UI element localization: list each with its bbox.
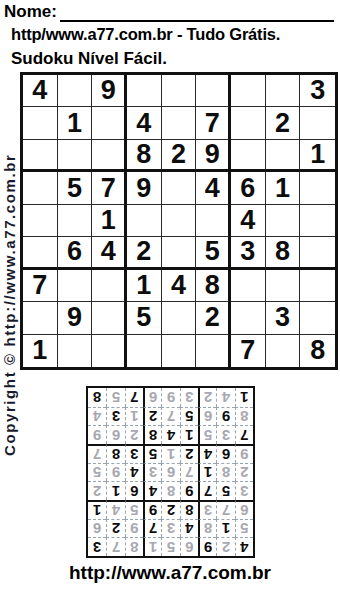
puzzle-cell-r6c6: 5 (196, 237, 231, 269)
solution-cell-r3c4: 8 (180, 500, 198, 519)
puzzle-cell-r9c5[interactable] (162, 335, 197, 367)
name-label: Nome: (4, 2, 57, 22)
solution-cell-r4c6: 4 (143, 481, 161, 500)
puzzle-cell-r3c3[interactable] (92, 140, 127, 172)
solution-cell-r1c3: 9 (198, 537, 216, 556)
solution-cell-r5c2: 8 (216, 463, 234, 482)
puzzle-cell-r7c7[interactable] (231, 270, 266, 302)
puzzle-cell-r8c8: 3 (266, 302, 301, 334)
solution-cell-r3c7: 5 (125, 500, 143, 519)
puzzle-cell-r9c6[interactable] (196, 335, 231, 367)
solution-cell-r4c5: 8 (161, 481, 179, 500)
solution-cell-r2c9: 6 (88, 519, 106, 538)
solution-cell-r9c1: 1 (235, 388, 253, 407)
solution-cell-r4c8: 1 (106, 481, 124, 500)
copyright-vertical: Copyright © http://www.a77.com.br (1, 84, 20, 456)
solution-cell-r1c1: 4 (235, 537, 253, 556)
puzzle-cell-r2c2: 1 (58, 107, 93, 139)
solution-cell-r3c2: 7 (216, 500, 234, 519)
solution-cell-r2c4: 4 (180, 519, 198, 538)
puzzle-cell-r2c4: 4 (127, 107, 162, 139)
puzzle-cell-r7c2[interactable] (58, 270, 93, 302)
solution-cell-r8c4: 5 (180, 407, 198, 426)
puzzle-cell-r8c7[interactable] (231, 302, 266, 334)
solution-cell-r9c8: 5 (106, 388, 124, 407)
puzzle-cell-r1c4[interactable] (127, 75, 162, 107)
puzzle-cell-r4c4: 9 (127, 172, 162, 204)
puzzle-cell-r8c9[interactable] (300, 302, 335, 334)
site-title: http/www.a77.com.br - Tudo Grátis. (11, 25, 337, 44)
solution-cell-r8c6: 2 (143, 407, 161, 426)
solution-cell-r6c2: 6 (216, 444, 234, 463)
puzzle-cell-r6c2: 6 (58, 237, 93, 269)
solution-cell-r8c5: 7 (161, 407, 179, 426)
puzzle-cell-r7c6: 8 (196, 270, 231, 302)
puzzle-cell-r5c9[interactable] (300, 205, 335, 237)
puzzle-cell-r4c3: 7 (92, 172, 127, 204)
puzzle-cell-r6c5[interactable] (162, 237, 197, 269)
solution-cell-r9c7: 7 (125, 388, 143, 407)
solution-grid: 4296518735184379266738295413579846122817… (86, 386, 255, 558)
puzzle-cell-r9c9: 8 (300, 335, 335, 367)
puzzle-cell-r1c7[interactable] (231, 75, 266, 107)
solution-cell-r4c3: 7 (198, 481, 216, 500)
puzzle-cell-r2c5[interactable] (162, 107, 197, 139)
puzzle-cell-r2c3[interactable] (92, 107, 127, 139)
solution-cell-r4c2: 5 (216, 481, 234, 500)
puzzle-cell-r3c9: 1 (300, 140, 335, 172)
puzzle-cell-r1c6[interactable] (196, 75, 231, 107)
puzzle-cell-r2c7[interactable] (231, 107, 266, 139)
puzzle-cell-r3c6: 9 (196, 140, 231, 172)
solution-cell-r2c2: 1 (216, 519, 234, 538)
solution-cell-r1c5: 5 (161, 537, 179, 556)
puzzle-cell-r6c9[interactable] (300, 237, 335, 269)
solution-cell-r2c8: 2 (106, 519, 124, 538)
solution-cell-r6c4: 2 (180, 444, 198, 463)
solution-cell-r8c9: 4 (88, 407, 106, 426)
solution-cell-r6c9: 7 (88, 444, 106, 463)
solution-cell-r1c6: 1 (143, 537, 161, 556)
solution-cell-r5c9: 5 (88, 463, 106, 482)
puzzle-cell-r5c2[interactable] (58, 205, 93, 237)
solution-cell-r9c4: 3 (180, 388, 198, 407)
puzzle-cell-r8c3[interactable] (92, 302, 127, 334)
difficulty-title: Sudoku Nível Fácil. (11, 49, 167, 69)
solution-cell-r6c6: 5 (143, 444, 161, 463)
puzzle-cell-r4c9[interactable] (300, 172, 335, 204)
solution-cell-r3c5: 2 (161, 500, 179, 519)
sudoku-worksheet: Nome: http/www.a77.com.br - Tudo Grátis.… (0, 0, 340, 596)
solution-cell-r6c8: 8 (106, 444, 124, 463)
name-row: Nome: (4, 2, 334, 22)
solution-cell-r7c3: 5 (198, 425, 216, 444)
puzzle-cell-r7c4: 1 (127, 270, 162, 302)
solution-cell-r5c1: 2 (235, 463, 253, 482)
solution-cell-r5c6: 3 (143, 463, 161, 482)
solution-cell-r3c3: 3 (198, 500, 216, 519)
puzzle-cell-r2c9[interactable] (300, 107, 335, 139)
puzzle-cell-r4c1[interactable] (23, 172, 58, 204)
puzzle-cell-r8c2: 9 (58, 302, 93, 334)
solution-cell-r8c3: 6 (198, 407, 216, 426)
solution-cell-r1c8: 7 (106, 537, 124, 556)
solution-cell-r9c6: 6 (143, 388, 161, 407)
solution-cell-r7c6: 8 (143, 425, 161, 444)
solution-cell-r8c2: 9 (216, 407, 234, 426)
solution-cell-r9c5: 9 (161, 388, 179, 407)
solution-cell-r6c7: 3 (125, 444, 143, 463)
puzzle-grid: 493147282915794611464253871489523178 (20, 72, 338, 370)
solution-cell-r3c6: 9 (143, 500, 161, 519)
puzzle-cell-r1c2[interactable] (58, 75, 93, 107)
solution-cell-r1c2: 2 (216, 537, 234, 556)
puzzle-cell-r9c4[interactable] (127, 335, 162, 367)
puzzle-cell-r7c1: 7 (23, 270, 58, 302)
puzzle-cell-r1c9: 3 (300, 75, 335, 107)
puzzle-cell-r4c8: 1 (266, 172, 301, 204)
puzzle-cell-r4c7: 6 (231, 172, 266, 204)
puzzle-cell-r1c3: 9 (92, 75, 127, 107)
solution-cell-r5c4: 7 (180, 463, 198, 482)
solution-cell-r1c9: 3 (88, 537, 106, 556)
puzzle-cell-r5c8[interactable] (266, 205, 301, 237)
puzzle-cell-r7c8[interactable] (266, 270, 301, 302)
solution-cell-r8c1: 8 (235, 407, 253, 426)
solution-cell-r7c5: 4 (161, 425, 179, 444)
puzzle-cell-r9c7: 7 (231, 335, 266, 367)
solution-cell-r5c7: 4 (125, 463, 143, 482)
puzzle-cell-r7c5: 4 (162, 270, 197, 302)
solution-cell-r6c3: 4 (198, 444, 216, 463)
puzzle-cell-r8c4: 5 (127, 302, 162, 334)
puzzle-cell-r9c2[interactable] (58, 335, 93, 367)
puzzle-cell-r5c3: 1 (92, 205, 127, 237)
puzzle-cell-r9c8[interactable] (266, 335, 301, 367)
solution-cell-r9c3: 2 (198, 388, 216, 407)
solution-cell-r2c7: 9 (125, 519, 143, 538)
solution-cell-r7c4: 1 (180, 425, 198, 444)
solution-cell-r3c9: 1 (88, 500, 106, 519)
solution-cell-r2c1: 5 (235, 519, 253, 538)
solution-cell-r5c5: 6 (161, 463, 179, 482)
solution-cell-r5c8: 9 (106, 463, 124, 482)
puzzle-cell-r6c1[interactable] (23, 237, 58, 269)
solution-cell-r8c8: 3 (106, 407, 124, 426)
puzzle-cell-r7c3[interactable] (92, 270, 127, 302)
solution-cell-r4c9: 2 (88, 481, 106, 500)
solution-cell-r4c7: 6 (125, 481, 143, 500)
solution-cell-r7c8: 6 (106, 425, 124, 444)
puzzle-cell-r3c5: 2 (162, 140, 197, 172)
solution-cell-r3c8: 4 (106, 500, 124, 519)
solution-cell-r7c1: 7 (235, 425, 253, 444)
puzzle-cell-r7c9[interactable] (300, 270, 335, 302)
puzzle-cell-r9c3[interactable] (92, 335, 127, 367)
solution-cell-r8c7: 1 (125, 407, 143, 426)
puzzle-cell-r4c2: 5 (58, 172, 93, 204)
puzzle-cell-r4c5[interactable] (162, 172, 197, 204)
puzzle-cell-r5c1[interactable] (23, 205, 58, 237)
puzzle-cell-r3c8[interactable] (266, 140, 301, 172)
solution-cell-r1c7: 8 (125, 537, 143, 556)
solution-cell-r7c7: 2 (125, 425, 143, 444)
puzzle-cell-r3c2[interactable] (58, 140, 93, 172)
solution-cell-r5c3: 1 (198, 463, 216, 482)
puzzle-cell-r2c6: 7 (196, 107, 231, 139)
puzzle-cell-r6c4: 2 (127, 237, 162, 269)
puzzle-cell-r5c7: 4 (231, 205, 266, 237)
puzzle-cell-r2c8: 2 (266, 107, 301, 139)
solution-cell-r2c5: 3 (161, 519, 179, 538)
solution-cell-r6c1: 9 (235, 444, 253, 463)
puzzle-cell-r1c8[interactable] (266, 75, 301, 107)
solution-cell-r1c4: 6 (180, 537, 198, 556)
puzzle-cell-r4c6: 4 (196, 172, 231, 204)
puzzle-cell-r6c3: 4 (92, 237, 127, 269)
puzzle-cell-r2c1[interactable] (23, 107, 58, 139)
puzzle-cell-r5c5[interactable] (162, 205, 197, 237)
solution-cell-r7c9: 9 (88, 425, 106, 444)
puzzle-cell-r6c8: 8 (266, 237, 301, 269)
puzzle-cell-r8c5[interactable] (162, 302, 197, 334)
puzzle-cell-r1c5[interactable] (162, 75, 197, 107)
solution-cell-r4c4: 9 (180, 481, 198, 500)
puzzle-cell-r9c1: 1 (23, 335, 58, 367)
puzzle-cell-r1c1: 4 (23, 75, 58, 107)
solution-cell-r9c9: 8 (88, 388, 106, 407)
solution-cell-r6c5: 1 (161, 444, 179, 463)
solution-cell-r7c2: 3 (216, 425, 234, 444)
puzzle-cell-r3c4: 8 (127, 140, 162, 172)
solution-cell-r2c6: 7 (143, 519, 161, 538)
footer-url: http://www.a77.com.br (0, 562, 340, 584)
puzzle-cell-r3c7[interactable] (231, 140, 266, 172)
solution-cell-r4c1: 3 (235, 481, 253, 500)
puzzle-cell-r5c4[interactable] (127, 205, 162, 237)
puzzle-cell-r8c6: 2 (196, 302, 231, 334)
puzzle-cell-r5c6[interactable] (196, 205, 231, 237)
puzzle-cell-r3c1[interactable] (23, 140, 58, 172)
puzzle-cell-r8c1[interactable] (23, 302, 58, 334)
puzzle-cell-r6c7: 3 (231, 237, 266, 269)
solution-cell-r2c3: 8 (198, 519, 216, 538)
solution-cell-r9c2: 4 (216, 388, 234, 407)
solution-cell-r3c1: 6 (235, 500, 253, 519)
name-underline[interactable] (60, 4, 334, 22)
